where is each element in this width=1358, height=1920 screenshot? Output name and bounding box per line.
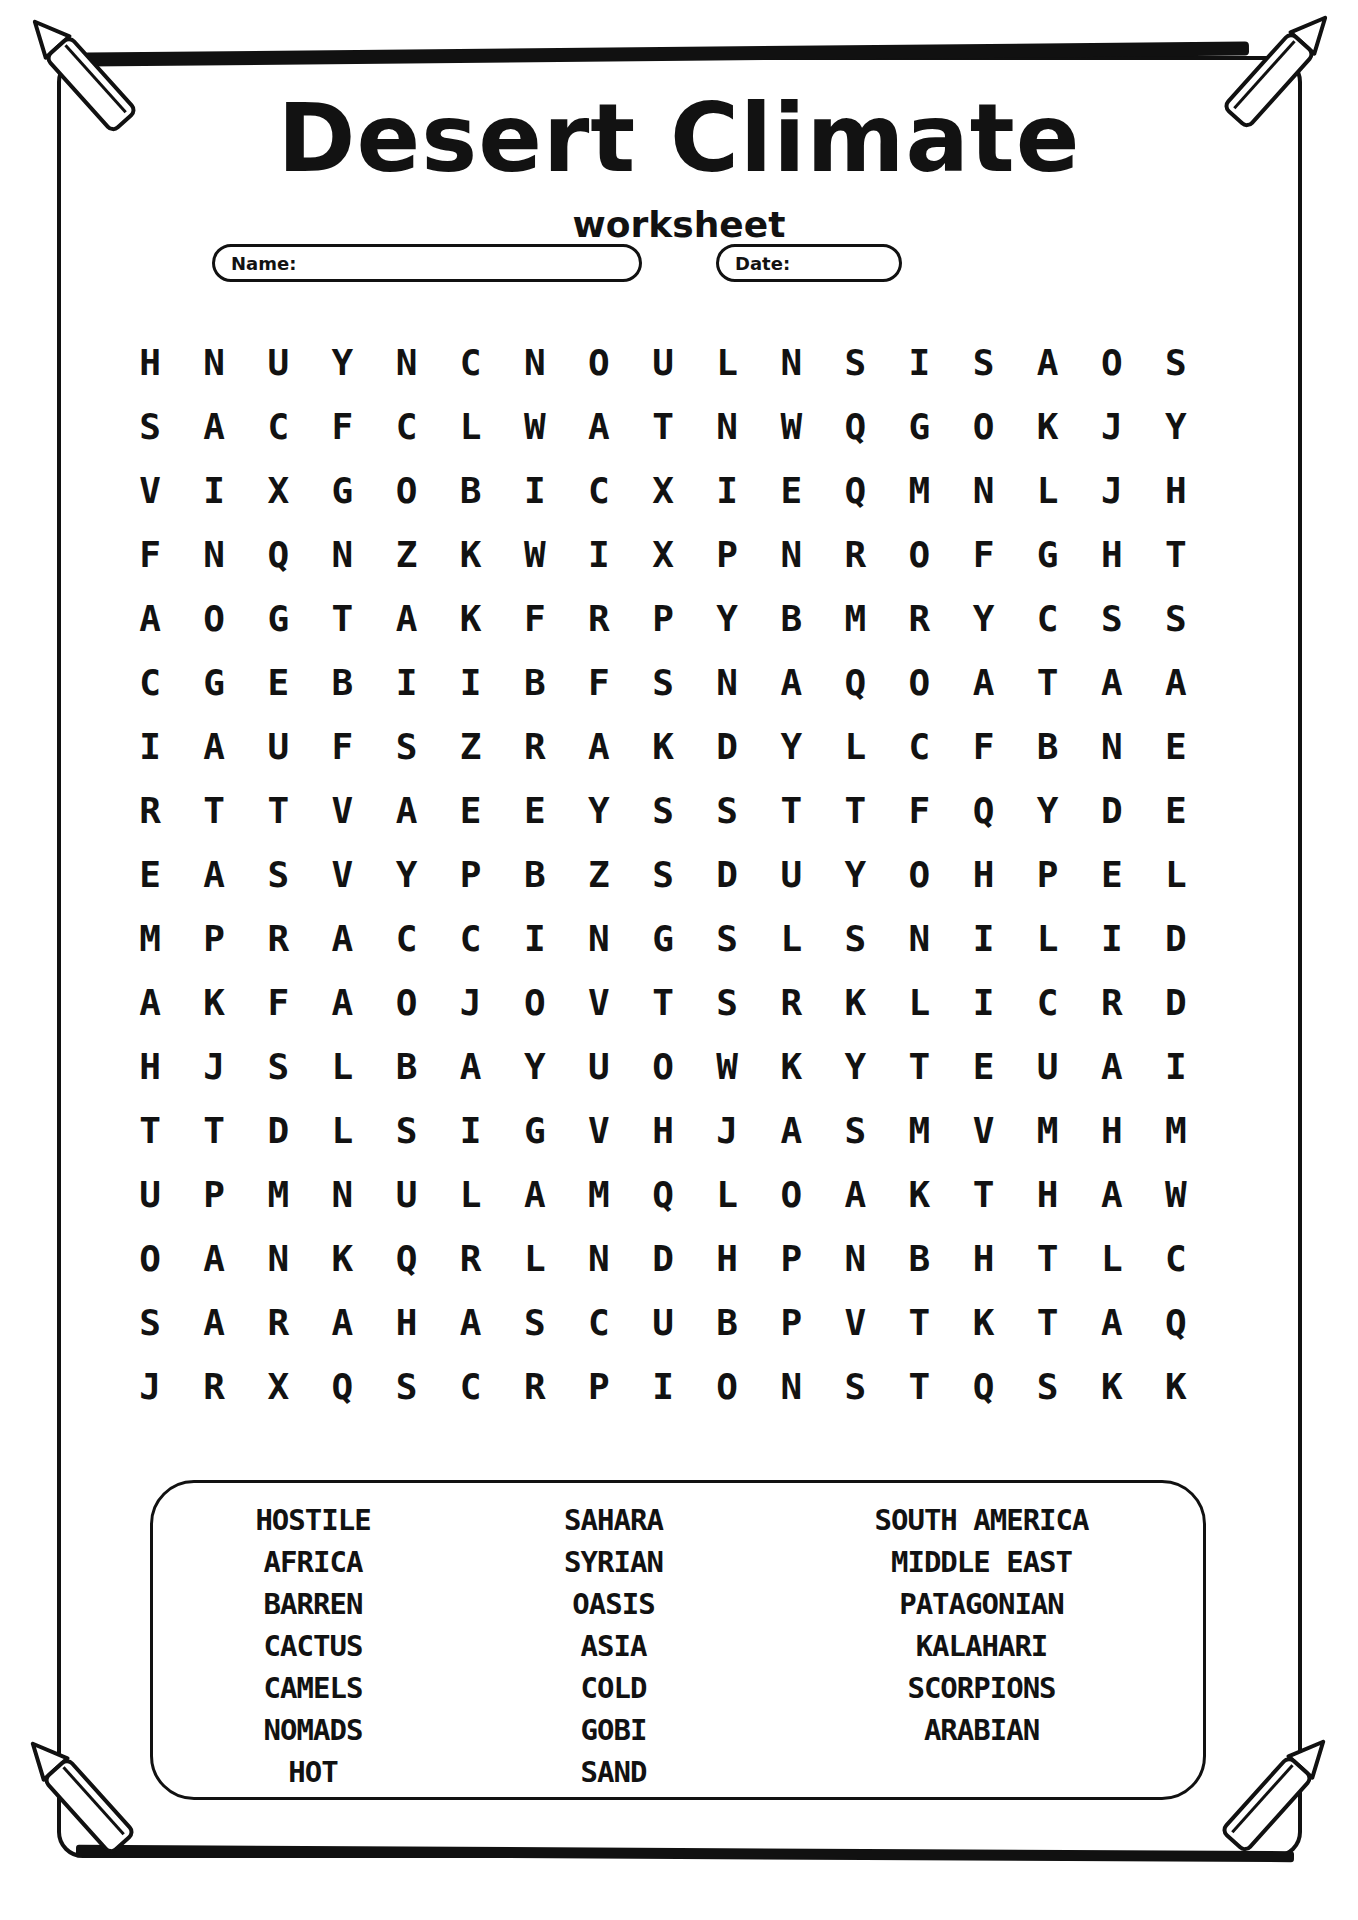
grid-cell: L	[310, 1098, 374, 1162]
grid-cell: U	[118, 1162, 182, 1226]
grid-cell: T	[952, 1162, 1016, 1226]
grid-cell: I	[439, 650, 503, 714]
grid-cell: R	[246, 906, 310, 970]
grid-cell: A	[374, 586, 438, 650]
grid-cell: U	[631, 330, 695, 394]
grid-cell: F	[246, 970, 310, 1034]
grid-cell: L	[439, 1162, 503, 1226]
page-subtitle: worksheet	[0, 204, 1358, 245]
grid-cell: C	[374, 906, 438, 970]
grid-cell: N	[759, 1354, 823, 1418]
grid-cell: H	[1080, 522, 1144, 586]
grid-cell: V	[823, 1290, 887, 1354]
grid-cell: Y	[695, 586, 759, 650]
grid-cell: L	[823, 714, 887, 778]
grid-cell: B	[503, 650, 567, 714]
grid-cell: D	[695, 842, 759, 906]
grid-cell: W	[1144, 1162, 1208, 1226]
grid-cell: P	[567, 1354, 631, 1418]
grid-cell: H	[1016, 1162, 1080, 1226]
word-bank-item: BARREN	[264, 1583, 363, 1625]
grid-cell: S	[823, 1354, 887, 1418]
grid-cell: N	[182, 330, 246, 394]
grid-cell: P	[182, 1162, 246, 1226]
grid-cell: L	[887, 970, 951, 1034]
grid-cell: G	[631, 906, 695, 970]
grid-cell: T	[118, 1098, 182, 1162]
grid-cell: O	[631, 1034, 695, 1098]
grid-cell: S	[374, 1098, 438, 1162]
grid-cell: N	[695, 650, 759, 714]
grid-cell: V	[310, 842, 374, 906]
grid-cell: F	[887, 778, 951, 842]
grid-cell: Q	[374, 1226, 438, 1290]
grid-cell: N	[246, 1226, 310, 1290]
grid-cell: T	[887, 1290, 951, 1354]
grid-cell: K	[823, 970, 887, 1034]
grid-cell: N	[952, 458, 1016, 522]
grid-cell: R	[503, 1354, 567, 1418]
grid-cell: A	[759, 1098, 823, 1162]
grid-cell: D	[1080, 778, 1144, 842]
grid-cell: J	[439, 970, 503, 1034]
word-bank: HOSTILEAFRICABARRENCACTUSCAMELSNOMADSHOT…	[150, 1480, 1206, 1800]
grid-cell: M	[823, 586, 887, 650]
word-bank-item: KALAHARI	[916, 1625, 1048, 1667]
grid-cell: T	[1016, 650, 1080, 714]
grid-cell: Y	[952, 586, 1016, 650]
word-bank-item: CAMELS	[264, 1667, 363, 1709]
grid-cell: E	[1144, 778, 1208, 842]
page-title: Desert Climate	[0, 84, 1358, 193]
grid-cell: P	[695, 522, 759, 586]
grid-cell: K	[439, 522, 503, 586]
grid-cell: H	[695, 1226, 759, 1290]
grid-cell: C	[374, 394, 438, 458]
grid-cell: A	[374, 778, 438, 842]
grid-cell: O	[887, 650, 951, 714]
grid-cell: S	[631, 778, 695, 842]
grid-cell: M	[887, 1098, 951, 1162]
word-bank-item: CACTUS	[264, 1625, 363, 1667]
grid-cell: A	[182, 1226, 246, 1290]
word-bank-item: NOMADS	[264, 1709, 363, 1751]
grid-cell: T	[887, 1034, 951, 1098]
grid-cell: R	[759, 970, 823, 1034]
grid-cell: U	[567, 1034, 631, 1098]
grid-cell: K	[631, 714, 695, 778]
grid-cell: P	[1016, 842, 1080, 906]
grid-cell: K	[952, 1290, 1016, 1354]
grid-cell: D	[1144, 906, 1208, 970]
grid-cell: V	[952, 1098, 1016, 1162]
grid-cell: G	[246, 586, 310, 650]
grid-cell: T	[631, 394, 695, 458]
grid-cell: T	[1144, 522, 1208, 586]
grid-cell: N	[182, 522, 246, 586]
grid-cell: L	[1080, 1226, 1144, 1290]
name-label: Name:	[231, 253, 296, 274]
grid-cell: T	[1016, 1226, 1080, 1290]
grid-cell: Q	[1144, 1290, 1208, 1354]
grid-cell: W	[503, 522, 567, 586]
grid-cell: A	[310, 1290, 374, 1354]
grid-cell: H	[952, 842, 1016, 906]
grid-cell: A	[1144, 650, 1208, 714]
grid-cell: O	[374, 970, 438, 1034]
grid-cell: C	[439, 330, 503, 394]
grid-cell: W	[759, 394, 823, 458]
grid-cell: C	[439, 1354, 503, 1418]
grid-cell: O	[952, 394, 1016, 458]
grid-cell: M	[1144, 1098, 1208, 1162]
grid-cell: O	[695, 1354, 759, 1418]
grid-cell: S	[374, 714, 438, 778]
grid-cell: E	[759, 458, 823, 522]
grid-cell: C	[1016, 586, 1080, 650]
grid-cell: J	[695, 1098, 759, 1162]
grid-cell: S	[695, 906, 759, 970]
grid-cell: H	[118, 330, 182, 394]
grid-cell: A	[118, 970, 182, 1034]
grid-cell: S	[823, 1098, 887, 1162]
grid-cell: E	[118, 842, 182, 906]
grid-cell: F	[503, 586, 567, 650]
grid-cell: L	[503, 1226, 567, 1290]
grid-cell: O	[887, 522, 951, 586]
grid-cell: C	[567, 458, 631, 522]
grid-cell: S	[695, 778, 759, 842]
grid-cell: B	[439, 458, 503, 522]
grid-cell: A	[182, 714, 246, 778]
grid-cell: A	[310, 906, 374, 970]
grid-cell: A	[1080, 650, 1144, 714]
grid-cell: S	[631, 842, 695, 906]
grid-cell: E	[439, 778, 503, 842]
word-bank-item: ASIA	[581, 1625, 647, 1667]
grid-cell: C	[246, 394, 310, 458]
grid-cell: A	[1080, 1034, 1144, 1098]
word-bank-item: GOBI	[581, 1709, 647, 1751]
word-bank-item: SOUTH AMERICA	[875, 1499, 1089, 1541]
grid-cell: J	[118, 1354, 182, 1418]
grid-cell: V	[118, 458, 182, 522]
grid-cell: S	[246, 1034, 310, 1098]
grid-cell: R	[503, 714, 567, 778]
grid-cell: M	[887, 458, 951, 522]
grid-cell: D	[1144, 970, 1208, 1034]
grid-cell: G	[887, 394, 951, 458]
grid-cell: A	[310, 970, 374, 1034]
grid-cell: L	[1016, 458, 1080, 522]
grid-cell: N	[503, 330, 567, 394]
grid-cell: Q	[310, 1354, 374, 1418]
grid-cell: A	[503, 1162, 567, 1226]
grid-cell: U	[1016, 1034, 1080, 1098]
grid-cell: C	[1016, 970, 1080, 1034]
grid-cell: G	[310, 458, 374, 522]
grid-cell: W	[695, 1034, 759, 1098]
grid-cell: H	[952, 1226, 1016, 1290]
grid-cell: L	[1016, 906, 1080, 970]
grid-cell: F	[310, 394, 374, 458]
grid-cell: Q	[823, 394, 887, 458]
name-field[interactable]: Name:	[212, 244, 642, 282]
grid-cell: I	[952, 970, 1016, 1034]
grid-cell: X	[631, 458, 695, 522]
grid-cell: C	[1144, 1226, 1208, 1290]
grid-cell: K	[1016, 394, 1080, 458]
grid-cell: O	[567, 330, 631, 394]
grid-cell: N	[759, 522, 823, 586]
grid-cell: F	[952, 522, 1016, 586]
grid-cell: S	[695, 970, 759, 1034]
grid-cell: I	[503, 906, 567, 970]
grid-cell: C	[118, 650, 182, 714]
grid-cell: C	[567, 1290, 631, 1354]
grid-cell: A	[182, 394, 246, 458]
grid-cell: L	[310, 1034, 374, 1098]
grid-cell: Q	[952, 1354, 1016, 1418]
grid-cell: T	[246, 778, 310, 842]
grid-cell: A	[182, 842, 246, 906]
grid-cell: O	[503, 970, 567, 1034]
grid-cell: X	[246, 1354, 310, 1418]
grid-cell: Z	[567, 842, 631, 906]
word-bank-item: MIDDLE EAST	[891, 1541, 1072, 1583]
grid-cell: P	[759, 1226, 823, 1290]
grid-cell: E	[1080, 842, 1144, 906]
grid-cell: Q	[631, 1162, 695, 1226]
grid-cell: D	[631, 1226, 695, 1290]
grid-cell: V	[310, 778, 374, 842]
grid-cell: S	[246, 842, 310, 906]
word-bank-item: HOSTILE	[255, 1499, 370, 1541]
grid-cell: B	[1016, 714, 1080, 778]
grid-cell: A	[1080, 1290, 1144, 1354]
grid-cell: A	[439, 1290, 503, 1354]
grid-cell: R	[182, 1354, 246, 1418]
grid-cell: E	[1144, 714, 1208, 778]
grid-cell: E	[952, 1034, 1016, 1098]
grid-cell: L	[1144, 842, 1208, 906]
grid-cell: N	[1080, 714, 1144, 778]
grid-cell: V	[567, 1098, 631, 1162]
grid-cell: M	[246, 1162, 310, 1226]
word-bank-item: PATAGONIAN	[899, 1583, 1064, 1625]
grid-cell: B	[310, 650, 374, 714]
word-bank-item: AFRICA	[264, 1541, 363, 1583]
grid-cell: F	[310, 714, 374, 778]
grid-cell: X	[631, 522, 695, 586]
grid-cell: U	[759, 842, 823, 906]
grid-cell: Y	[374, 842, 438, 906]
grid-cell: H	[1144, 458, 1208, 522]
grid-cell: I	[887, 330, 951, 394]
word-bank-item: COLD	[581, 1667, 647, 1709]
grid-cell: A	[952, 650, 1016, 714]
grid-cell: I	[567, 522, 631, 586]
grid-cell: O	[118, 1226, 182, 1290]
grid-cell: R	[118, 778, 182, 842]
grid-cell: J	[1080, 458, 1144, 522]
grid-cell: I	[503, 458, 567, 522]
word-bank-column: SAHARASYRIANOASISASIACOLDGOBISAND	[473, 1499, 754, 1797]
grid-cell: S	[631, 650, 695, 714]
grid-cell: N	[567, 906, 631, 970]
grid-cell: J	[1080, 394, 1144, 458]
grid-cell: A	[439, 1034, 503, 1098]
grid-cell: B	[887, 1226, 951, 1290]
grid-cell: T	[631, 970, 695, 1034]
grid-cell: Z	[439, 714, 503, 778]
grid-cell: S	[1144, 586, 1208, 650]
grid-cell: P	[182, 906, 246, 970]
date-field[interactable]: Date:	[716, 244, 902, 282]
grid-cell: P	[631, 586, 695, 650]
grid-cell: R	[567, 586, 631, 650]
word-bank-column: SOUTH AMERICAMIDDLE EASTPATAGONIANKALAHA…	[754, 1499, 1209, 1797]
grid-cell: S	[503, 1290, 567, 1354]
grid-cell: S	[1080, 586, 1144, 650]
grid-cell: Q	[823, 650, 887, 714]
grid-cell: B	[695, 1290, 759, 1354]
grid-cell: Q	[246, 522, 310, 586]
grid-cell: I	[695, 458, 759, 522]
grid-cell: G	[1016, 522, 1080, 586]
grid-cell: D	[695, 714, 759, 778]
worksheet-page: Desert Climate worksheet Name: Date: HNU…	[0, 0, 1358, 1920]
word-bank-item: SCORPIONS	[907, 1667, 1055, 1709]
grid-cell: F	[118, 522, 182, 586]
grid-cell: S	[1016, 1354, 1080, 1418]
word-bank-item: SYRIAN	[564, 1541, 663, 1583]
word-bank-item: HOT	[288, 1751, 337, 1793]
grid-cell: R	[246, 1290, 310, 1354]
grid-cell: R	[887, 586, 951, 650]
grid-cell: K	[759, 1034, 823, 1098]
grid-cell: Y	[567, 778, 631, 842]
grid-cell: I	[118, 714, 182, 778]
grid-cell: B	[374, 1034, 438, 1098]
grid-cell: A	[567, 394, 631, 458]
grid-cell: P	[439, 842, 503, 906]
grid-cell: M	[118, 906, 182, 970]
grid-cell: N	[374, 330, 438, 394]
grid-cell: I	[182, 458, 246, 522]
grid-cell: F	[567, 650, 631, 714]
grid-cell: D	[246, 1098, 310, 1162]
grid-cell: K	[439, 586, 503, 650]
grid-cell: Y	[503, 1034, 567, 1098]
grid-cell: O	[887, 842, 951, 906]
grid-cell: T	[182, 778, 246, 842]
grid-cell: S	[823, 330, 887, 394]
grid-cell: S	[118, 394, 182, 458]
grid-cell: M	[567, 1162, 631, 1226]
grid-cell: E	[246, 650, 310, 714]
grid-cell: Y	[823, 842, 887, 906]
grid-cell: O	[182, 586, 246, 650]
grid-cell: A	[567, 714, 631, 778]
grid-cell: Q	[823, 458, 887, 522]
word-bank-column: HOSTILEAFRICABARRENCACTUSCAMELSNOMADSHOT	[153, 1499, 473, 1797]
grid-cell: K	[182, 970, 246, 1034]
grid-cell: K	[310, 1226, 374, 1290]
grid-cell: O	[759, 1162, 823, 1226]
grid-cell: U	[631, 1290, 695, 1354]
grid-cell: R	[823, 522, 887, 586]
grid-cell: B	[503, 842, 567, 906]
grid-cell: S	[374, 1354, 438, 1418]
grid-cell: X	[246, 458, 310, 522]
grid-cell: Y	[1144, 394, 1208, 458]
grid-cell: C	[439, 906, 503, 970]
grid-cell: H	[118, 1034, 182, 1098]
grid-cell: B	[759, 586, 823, 650]
grid-cell: S	[823, 906, 887, 970]
grid-cell: N	[887, 906, 951, 970]
word-search-grid: HNUYNCNOULNSISAOSSACFCLWATNWQGOKJYVIXGOB…	[118, 330, 1208, 1418]
grid-cell: T	[759, 778, 823, 842]
grid-cell: A	[1080, 1162, 1144, 1226]
word-bank-item: OASIS	[572, 1583, 654, 1625]
grid-cell: L	[695, 1162, 759, 1226]
grid-cell: A	[182, 1290, 246, 1354]
grid-cell: J	[182, 1034, 246, 1098]
grid-cell: S	[952, 330, 1016, 394]
grid-cell: A	[1016, 330, 1080, 394]
grid-cell: T	[887, 1354, 951, 1418]
grid-cell: L	[759, 906, 823, 970]
grid-cell: I	[631, 1354, 695, 1418]
grid-cell: A	[759, 650, 823, 714]
grid-cell: N	[310, 1162, 374, 1226]
grid-cell: N	[823, 1226, 887, 1290]
grid-cell: I	[1144, 1034, 1208, 1098]
grid-cell: L	[439, 394, 503, 458]
grid-cell: Y	[310, 330, 374, 394]
grid-cell: E	[503, 778, 567, 842]
grid-cell: R	[1080, 970, 1144, 1034]
grid-cell: Y	[823, 1034, 887, 1098]
grid-cell: M	[1016, 1098, 1080, 1162]
grid-cell: G	[503, 1098, 567, 1162]
grid-cell: K	[1144, 1354, 1208, 1418]
grid-cell: U	[374, 1162, 438, 1226]
grid-cell: I	[952, 906, 1016, 970]
grid-cell: C	[887, 714, 951, 778]
grid-cell: T	[823, 778, 887, 842]
word-bank-item: SAHARA	[564, 1499, 663, 1541]
grid-cell: O	[1080, 330, 1144, 394]
grid-cell: G	[182, 650, 246, 714]
grid-cell: T	[310, 586, 374, 650]
date-label: Date:	[735, 253, 790, 274]
grid-cell: K	[887, 1162, 951, 1226]
grid-cell: H	[631, 1098, 695, 1162]
grid-cell: H	[374, 1290, 438, 1354]
grid-cell: N	[759, 330, 823, 394]
grid-cell: L	[695, 330, 759, 394]
grid-cell: N	[695, 394, 759, 458]
grid-cell: N	[310, 522, 374, 586]
grid-cell: R	[439, 1226, 503, 1290]
grid-cell: A	[823, 1162, 887, 1226]
grid-cell: I	[1080, 906, 1144, 970]
grid-cell: I	[374, 650, 438, 714]
grid-cell: Y	[1016, 778, 1080, 842]
